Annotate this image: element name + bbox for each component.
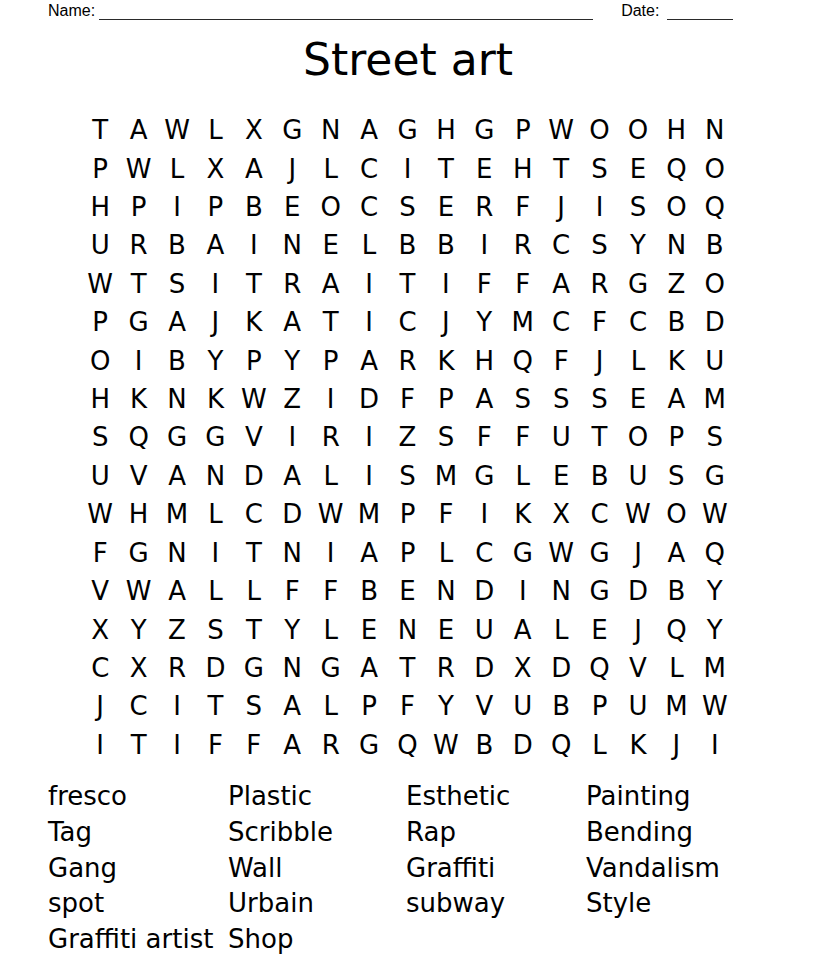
grid-cell-r13c7: F [311, 572, 349, 610]
grid-cell-r14c4: S [196, 610, 234, 648]
grid-cell-r11c6: D [273, 495, 311, 533]
grid-cell-r3c13: J [542, 188, 580, 226]
grid-cell-r13c8: B [350, 572, 388, 610]
grid-cell-r6c10: J [427, 303, 465, 341]
grid-cell-r17c1: I [81, 726, 119, 764]
grid-cell-r9c11: F [465, 418, 503, 456]
grid-cell-r13c3: A [158, 572, 196, 610]
grid-cell-r17c14: L [580, 726, 618, 764]
grid-cell-r3c9: S [388, 188, 426, 226]
grid-cell-r15c4: D [196, 649, 234, 687]
grid-cell-r5c5: T [235, 265, 273, 303]
grid-cell-r16c5: S [235, 687, 273, 725]
grid-cell-r15c16: L [657, 649, 695, 687]
grid-cell-r1c9: G [388, 111, 426, 149]
grid-cell-r11c7: W [311, 495, 349, 533]
word-list-item: Bending [586, 815, 776, 851]
grid-cell-r11c14: C [580, 495, 618, 533]
grid-cell-r4c7: E [311, 226, 349, 264]
grid-cell-r2c9: I [388, 149, 426, 187]
grid-cell-r2c15: E [619, 149, 657, 187]
grid-cell-r13c15: D [619, 572, 657, 610]
grid-cell-r2c17: O [696, 149, 734, 187]
word-list-item: subway [406, 886, 586, 922]
grid-cell-r6c12: M [504, 303, 542, 341]
grid-cell-r12c16: A [657, 534, 695, 572]
word-list-item: Wall [228, 851, 406, 887]
grid-cell-r3c5: B [235, 188, 273, 226]
grid-cell-r13c17: Y [696, 572, 734, 610]
grid-cell-r15c15: V [619, 649, 657, 687]
grid-cell-r3c17: Q [696, 188, 734, 226]
grid-cell-r17c9: Q [388, 726, 426, 764]
grid-cell-r7c4: Y [196, 341, 234, 379]
grid-cell-r1c8: A [350, 111, 388, 149]
grid-cell-r12c6: N [273, 534, 311, 572]
grid-cell-r2c5: A [235, 149, 273, 187]
grid-cell-r5c15: G [619, 265, 657, 303]
grid-cell-r7c7: P [311, 341, 349, 379]
grid-cell-r6c17: D [696, 303, 734, 341]
grid-cell-r13c16: B [657, 572, 695, 610]
grid-cell-r4c12: R [504, 226, 542, 264]
grid-cell-r16c4: T [196, 687, 234, 725]
grid-cell-r8c6: Z [273, 380, 311, 418]
grid-cell-r15c9: T [388, 649, 426, 687]
grid-cell-r2c4: X [196, 149, 234, 187]
grid-cell-r15c1: C [81, 649, 119, 687]
grid-cell-r10c2: V [119, 457, 157, 495]
grid-cell-r14c8: E [350, 610, 388, 648]
word-list-column-4: PaintingBendingVandalismStyle [586, 779, 776, 922]
grid-cell-r2c7: L [311, 149, 349, 187]
grid-cell-r15c7: G [311, 649, 349, 687]
grid-cell-r1c15: O [619, 111, 657, 149]
grid-cell-r16c17: W [696, 687, 734, 725]
grid-cell-r14c13: L [542, 610, 580, 648]
grid-cell-r11c2: H [119, 495, 157, 533]
grid-cell-r6c11: Y [465, 303, 503, 341]
grid-cell-r5c10: I [427, 265, 465, 303]
grid-cell-r3c1: H [81, 188, 119, 226]
grid-cell-r12c13: W [542, 534, 580, 572]
grid-cell-r8c10: P [427, 380, 465, 418]
grid-cell-r11c16: O [657, 495, 695, 533]
grid-cell-r3c16: O [657, 188, 695, 226]
grid-cell-r15c5: G [235, 649, 273, 687]
word-list-column-2: PlasticScribbleWallUrbainShop [228, 779, 406, 957]
word-list-item: Tag [48, 815, 228, 851]
grid-cell-r1c1: T [81, 111, 119, 149]
grid-cell-r11c11: I [465, 495, 503, 533]
grid-cell-r12c2: G [119, 534, 157, 572]
grid-cell-r16c7: L [311, 687, 349, 725]
word-list-item: Graffiti [406, 851, 586, 887]
grid-cell-r6c3: A [158, 303, 196, 341]
grid-cell-r5c12: F [504, 265, 542, 303]
word-list-item: Scribble [228, 815, 406, 851]
grid-cell-r7c16: K [657, 341, 695, 379]
grid-cell-r11c5: C [235, 495, 273, 533]
grid-cell-r3c10: E [427, 188, 465, 226]
grid-cell-r12c3: N [158, 534, 196, 572]
grid-cell-r15c17: M [696, 649, 734, 687]
grid-cell-r7c3: B [158, 341, 196, 379]
grid-cell-r10c10: M [427, 457, 465, 495]
grid-cell-r14c2: Y [119, 610, 157, 648]
grid-cell-r7c2: I [119, 341, 157, 379]
grid-cell-r11c3: M [158, 495, 196, 533]
grid-cell-r9c1: S [81, 418, 119, 456]
grid-cell-r1c4: L [196, 111, 234, 149]
grid-cell-r15c6: N [273, 649, 311, 687]
grid-cell-r1c2: A [119, 111, 157, 149]
grid-cell-r17c12: D [504, 726, 542, 764]
grid-cell-r10c4: N [196, 457, 234, 495]
grid-cell-r17c2: T [119, 726, 157, 764]
grid-cell-r11c15: W [619, 495, 657, 533]
word-list-item: Style [586, 886, 776, 922]
grid-cell-r2c16: Q [657, 149, 695, 187]
grid-cell-r14c12: A [504, 610, 542, 648]
grid-cell-r15c14: Q [580, 649, 618, 687]
grid-cell-r12c11: C [465, 534, 503, 572]
grid-cell-r7c11: H [465, 341, 503, 379]
word-list-item: Plastic [228, 779, 406, 815]
grid-cell-r16c14: P [580, 687, 618, 725]
grid-cell-r3c15: S [619, 188, 657, 226]
grid-cell-r1c14: O [580, 111, 618, 149]
grid-cell-r6c6: A [273, 303, 311, 341]
name-label: Name: [48, 2, 95, 20]
grid-cell-r15c3: R [158, 649, 196, 687]
grid-cell-r5c9: T [388, 265, 426, 303]
grid-cell-r8c9: F [388, 380, 426, 418]
grid-cell-r12c9: P [388, 534, 426, 572]
grid-cell-r10c1: U [81, 457, 119, 495]
grid-cell-r10c6: A [273, 457, 311, 495]
grid-cell-r6c15: C [619, 303, 657, 341]
grid-cell-r1c3: W [158, 111, 196, 149]
grid-cell-r7c10: K [427, 341, 465, 379]
grid-cell-r3c8: C [350, 188, 388, 226]
grid-cell-r12c15: J [619, 534, 657, 572]
grid-cell-r11c1: W [81, 495, 119, 533]
grid-cell-r4c9: B [388, 226, 426, 264]
grid-cell-r1c17: N [696, 111, 734, 149]
grid-cell-r7c13: F [542, 341, 580, 379]
grid-cell-r14c17: Y [696, 610, 734, 648]
grid-cell-r13c5: L [235, 572, 273, 610]
grid-cell-r11c13: X [542, 495, 580, 533]
grid-cell-r3c14: I [580, 188, 618, 226]
grid-cell-r11c4: L [196, 495, 234, 533]
grid-cell-r14c6: Y [273, 610, 311, 648]
grid-cell-r17c7: R [311, 726, 349, 764]
word-list-item: Graffiti artist [48, 922, 228, 957]
grid-cell-r17c4: F [196, 726, 234, 764]
grid-cell-r5c7: A [311, 265, 349, 303]
grid-cell-r5c4: I [196, 265, 234, 303]
grid-cell-r10c16: S [657, 457, 695, 495]
grid-cell-r12c17: Q [696, 534, 734, 572]
grid-cell-r9c8: I [350, 418, 388, 456]
grid-cell-r12c10: L [427, 534, 465, 572]
grid-cell-r9c3: G [158, 418, 196, 456]
grid-cell-r6c1: P [81, 303, 119, 341]
grid-cell-r16c15: U [619, 687, 657, 725]
grid-cell-r6c16: B [657, 303, 695, 341]
date-blank-line [667, 3, 733, 20]
grid-cell-r8c15: E [619, 380, 657, 418]
grid-cell-r12c7: I [311, 534, 349, 572]
grid-cell-r7c12: Q [504, 341, 542, 379]
word-list: frescoTagGangspotGraffiti artistPlasticS… [48, 779, 788, 957]
word-list-item: Rap [406, 815, 586, 851]
grid-cell-r16c9: F [388, 687, 426, 725]
grid-cell-r12c14: G [580, 534, 618, 572]
word-list-item: Esthetic [406, 779, 586, 815]
grid-cell-r1c11: G [465, 111, 503, 149]
grid-cell-r6c9: C [388, 303, 426, 341]
grid-cell-r12c12: G [504, 534, 542, 572]
grid-cell-r9c15: O [619, 418, 657, 456]
grid-cell-r14c14: E [580, 610, 618, 648]
grid-cell-r13c4: L [196, 572, 234, 610]
grid-cell-r16c11: V [465, 687, 503, 725]
grid-cell-r9c2: Q [119, 418, 157, 456]
grid-cell-r3c11: R [465, 188, 503, 226]
grid-cell-r13c11: D [465, 572, 503, 610]
grid-cell-r9c5: V [235, 418, 273, 456]
date-label: Date: [621, 2, 659, 20]
grid-cell-r6c2: G [119, 303, 157, 341]
grid-cell-r9c13: U [542, 418, 580, 456]
grid-cell-r8c5: W [235, 380, 273, 418]
grid-cell-r3c4: P [196, 188, 234, 226]
grid-cell-r7c9: R [388, 341, 426, 379]
grid-cell-r4c4: A [196, 226, 234, 264]
grid-cell-r10c9: S [388, 457, 426, 495]
grid-cell-r1c10: H [427, 111, 465, 149]
grid-cell-r8c3: N [158, 380, 196, 418]
grid-cell-r13c14: G [580, 572, 618, 610]
grid-cell-r15c12: X [504, 649, 542, 687]
grid-cell-r1c13: W [542, 111, 580, 149]
grid-cell-r12c5: T [235, 534, 273, 572]
grid-cell-r11c9: P [388, 495, 426, 533]
grid-cell-r5c14: R [580, 265, 618, 303]
grid-cell-r4c15: Y [619, 226, 657, 264]
grid-cell-r8c2: K [119, 380, 157, 418]
word-list-item: Urbain [228, 886, 406, 922]
grid-cell-r14c3: Z [158, 610, 196, 648]
grid-cell-r16c10: Y [427, 687, 465, 725]
grid-cell-r8c16: A [657, 380, 695, 418]
grid-cell-r6c13: C [542, 303, 580, 341]
grid-cell-r12c4: I [196, 534, 234, 572]
grid-cell-r5c13: A [542, 265, 580, 303]
grid-cell-r2c2: W [119, 149, 157, 187]
grid-cell-r3c2: P [119, 188, 157, 226]
grid-cell-r8c17: M [696, 380, 734, 418]
grid-cell-r8c8: D [350, 380, 388, 418]
grid-cell-r8c12: S [504, 380, 542, 418]
grid-cell-r13c10: N [427, 572, 465, 610]
grid-cell-r6c14: F [580, 303, 618, 341]
worksheet-header: Name: Date: [48, 0, 738, 20]
grid-cell-r2c8: C [350, 149, 388, 187]
grid-cell-r4c17: B [696, 226, 734, 264]
grid-cell-r2c1: P [81, 149, 119, 187]
grid-cell-r9c9: Z [388, 418, 426, 456]
word-list-column-1: frescoTagGangspotGraffiti artist [48, 779, 228, 957]
grid-cell-r16c3: I [158, 687, 196, 725]
grid-cell-r8c13: S [542, 380, 580, 418]
grid-cell-r6c5: K [235, 303, 273, 341]
grid-cell-r9c14: T [580, 418, 618, 456]
wordsearch-grid: TAWLXGNAGHGPWOOHNPWLXAJLCITEHTSEQOHPIPBE… [81, 111, 734, 764]
puzzle-title: Street art [0, 34, 816, 85]
grid-cell-r16c8: P [350, 687, 388, 725]
grid-cell-r16c1: J [81, 687, 119, 725]
grid-cell-r2c10: T [427, 149, 465, 187]
grid-cell-r11c12: K [504, 495, 542, 533]
grid-cell-r13c2: W [119, 572, 157, 610]
grid-cell-r13c12: I [504, 572, 542, 610]
grid-cell-r9c12: F [504, 418, 542, 456]
grid-cell-r5c6: R [273, 265, 311, 303]
word-list-item: Gang [48, 851, 228, 887]
grid-cell-r6c4: J [196, 303, 234, 341]
name-blank-line [99, 3, 593, 20]
grid-cell-r6c8: I [350, 303, 388, 341]
grid-cell-r16c13: B [542, 687, 580, 725]
grid-cell-r7c1: O [81, 341, 119, 379]
grid-cell-r15c10: R [427, 649, 465, 687]
grid-cell-r11c10: F [427, 495, 465, 533]
grid-cell-r7c8: A [350, 341, 388, 379]
grid-cell-r4c16: N [657, 226, 695, 264]
grid-cell-r17c11: B [465, 726, 503, 764]
grid-cell-r3c7: O [311, 188, 349, 226]
grid-cell-r12c8: A [350, 534, 388, 572]
grid-cell-r13c9: E [388, 572, 426, 610]
grid-cell-r2c12: H [504, 149, 542, 187]
word-list-item: fresco [48, 779, 228, 815]
grid-cell-r10c5: D [235, 457, 273, 495]
grid-cell-r4c5: I [235, 226, 273, 264]
grid-cell-r1c12: P [504, 111, 542, 149]
grid-cell-r15c13: D [542, 649, 580, 687]
grid-cell-r9c16: P [657, 418, 695, 456]
grid-cell-r5c2: T [119, 265, 157, 303]
grid-cell-r2c11: E [465, 149, 503, 187]
grid-cell-r10c14: B [580, 457, 618, 495]
grid-cell-r10c3: A [158, 457, 196, 495]
grid-cell-r17c3: I [158, 726, 196, 764]
grid-cell-r9c4: G [196, 418, 234, 456]
grid-cell-r10c17: G [696, 457, 734, 495]
grid-cell-r2c3: L [158, 149, 196, 187]
grid-cell-r5c11: F [465, 265, 503, 303]
grid-cell-r9c17: S [696, 418, 734, 456]
grid-cell-r4c1: U [81, 226, 119, 264]
grid-cell-r4c14: S [580, 226, 618, 264]
grid-cell-r16c6: A [273, 687, 311, 725]
grid-cell-r1c6: G [273, 111, 311, 149]
word-list-item: Shop [228, 922, 406, 957]
grid-cell-r7c14: J [580, 341, 618, 379]
grid-cell-r4c6: N [273, 226, 311, 264]
grid-cell-r10c7: L [311, 457, 349, 495]
grid-cell-r14c10: E [427, 610, 465, 648]
grid-cell-r17c5: F [235, 726, 273, 764]
grid-cell-r4c3: B [158, 226, 196, 264]
grid-cell-r13c1: V [81, 572, 119, 610]
grid-cell-r10c13: E [542, 457, 580, 495]
grid-cell-r13c13: N [542, 572, 580, 610]
grid-cell-r10c11: G [465, 457, 503, 495]
grid-cell-r1c5: X [235, 111, 273, 149]
grid-cell-r9c6: I [273, 418, 311, 456]
grid-cell-r17c16: J [657, 726, 695, 764]
grid-cell-r14c1: X [81, 610, 119, 648]
grid-cell-r1c7: N [311, 111, 349, 149]
grid-cell-r4c2: R [119, 226, 157, 264]
grid-cell-r1c16: H [657, 111, 695, 149]
grid-cell-r7c15: L [619, 341, 657, 379]
word-list-item: spot [48, 886, 228, 922]
grid-cell-r2c13: T [542, 149, 580, 187]
grid-cell-r10c8: I [350, 457, 388, 495]
grid-cell-r15c11: D [465, 649, 503, 687]
grid-cell-r14c11: U [465, 610, 503, 648]
grid-cell-r9c10: S [427, 418, 465, 456]
grid-cell-r10c12: L [504, 457, 542, 495]
word-list-item: Painting [586, 779, 776, 815]
grid-cell-r5c1: W [81, 265, 119, 303]
grid-cell-r17c10: W [427, 726, 465, 764]
grid-cell-r13c6: F [273, 572, 311, 610]
grid-cell-r17c15: K [619, 726, 657, 764]
grid-cell-r8c4: K [196, 380, 234, 418]
grid-cell-r16c2: C [119, 687, 157, 725]
grid-cell-r4c8: L [350, 226, 388, 264]
grid-cell-r9c7: R [311, 418, 349, 456]
grid-cell-r11c8: M [350, 495, 388, 533]
grid-cell-r10c15: U [619, 457, 657, 495]
grid-cell-r7c5: P [235, 341, 273, 379]
grid-cell-r7c17: U [696, 341, 734, 379]
grid-cell-r11c17: W [696, 495, 734, 533]
grid-cell-r5c16: Z [657, 265, 695, 303]
grid-cell-r3c12: F [504, 188, 542, 226]
grid-cell-r12c1: F [81, 534, 119, 572]
grid-cell-r4c13: C [542, 226, 580, 264]
grid-cell-r8c1: H [81, 380, 119, 418]
grid-cell-r17c17: I [696, 726, 734, 764]
grid-cell-r5c17: O [696, 265, 734, 303]
word-list-column-3: EstheticRapGraffitisubway [406, 779, 586, 922]
grid-cell-r14c9: N [388, 610, 426, 648]
grid-cell-r14c7: L [311, 610, 349, 648]
grid-cell-r6c7: T [311, 303, 349, 341]
grid-cell-r3c3: I [158, 188, 196, 226]
grid-cell-r4c10: B [427, 226, 465, 264]
grid-cell-r17c6: A [273, 726, 311, 764]
grid-cell-r15c8: A [350, 649, 388, 687]
